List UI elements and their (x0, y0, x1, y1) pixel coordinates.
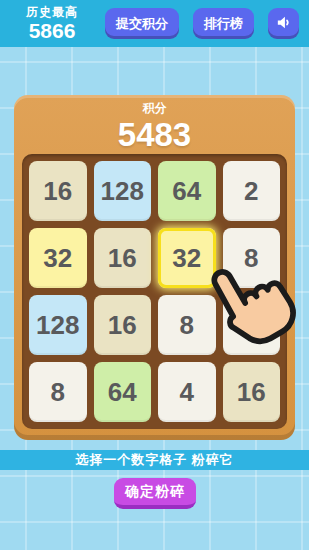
best-score-value: 5866 (26, 20, 78, 41)
game-screen: 历史最高 5866 提交积分 排行榜 积分 5483 1612864232163… (0, 0, 309, 550)
tile-r2c4[interactable]: 8 (223, 228, 281, 288)
tile-r4c1[interactable]: 8 (29, 362, 87, 422)
hint-banner: 选择一个数字格子 粉碎它 (0, 450, 309, 470)
submit-score-button[interactable]: 提交积分 (105, 8, 179, 39)
board-grid: 1612864232163281281682864416 (22, 154, 287, 429)
speaker-icon (275, 14, 292, 34)
tile-r1c2[interactable]: 128 (94, 161, 152, 221)
sound-toggle-button[interactable] (268, 8, 299, 39)
tile-r1c4[interactable]: 2 (223, 161, 281, 221)
leaderboard-button[interactable]: 排行榜 (193, 8, 254, 39)
tile-r3c4[interactable]: 2 (223, 295, 281, 355)
tile-r4c2[interactable]: 64 (94, 362, 152, 422)
tile-r4c3[interactable]: 4 (158, 362, 216, 422)
tile-r4c4[interactable]: 16 (223, 362, 281, 422)
score-label: 积分 (14, 100, 295, 117)
game-board: 积分 5483 1612864232163281281682864416 (14, 95, 295, 440)
score-value: 5483 (14, 117, 295, 153)
top-bar: 历史最高 5866 提交积分 排行榜 (0, 0, 309, 47)
tile-r1c3[interactable]: 64 (158, 161, 216, 221)
tile-r3c2[interactable]: 16 (94, 295, 152, 355)
confirm-crush-button[interactable]: 确定粉碎 (114, 478, 196, 509)
tile-r3c1[interactable]: 128 (29, 295, 87, 355)
tile-r2c3[interactable]: 32 (158, 228, 216, 288)
tile-r2c1[interactable]: 32 (29, 228, 87, 288)
tile-r2c2[interactable]: 16 (94, 228, 152, 288)
best-score-label: 历史最高 (26, 6, 78, 18)
best-score-block: 历史最高 5866 (26, 6, 78, 41)
tile-r3c3[interactable]: 8 (158, 295, 216, 355)
tile-r1c1[interactable]: 16 (29, 161, 87, 221)
